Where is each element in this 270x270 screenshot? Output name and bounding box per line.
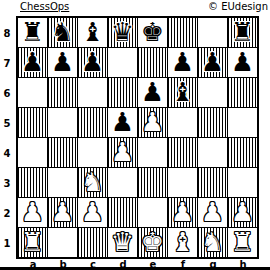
black-bishop-c8: ♝ bbox=[78, 18, 107, 47]
square-d8: ♛ bbox=[108, 18, 137, 47]
white-king-e1: ♚ bbox=[138, 228, 167, 257]
rank-label-2: 2 bbox=[0, 198, 14, 228]
square-c1 bbox=[78, 228, 107, 257]
square-e5: ♟ bbox=[138, 108, 167, 137]
white-pawn-c2: ♟ bbox=[78, 198, 107, 227]
square-g3 bbox=[198, 168, 227, 197]
square-c7: ♟ bbox=[78, 48, 107, 77]
white-knight-g1: ♞ bbox=[198, 228, 227, 257]
square-f2: ♟ bbox=[168, 198, 197, 227]
square-b3 bbox=[48, 168, 77, 197]
square-b5 bbox=[48, 108, 77, 137]
square-f7: ♟ bbox=[168, 48, 197, 77]
square-a2: ♟ bbox=[18, 198, 47, 227]
square-e3 bbox=[138, 168, 167, 197]
square-f8 bbox=[168, 18, 197, 47]
black-pawn-e6: ♟ bbox=[138, 78, 167, 107]
square-h3 bbox=[228, 168, 257, 197]
white-rook-h1: ♜ bbox=[228, 228, 257, 257]
white-pawn-b2: ♟ bbox=[48, 198, 77, 227]
white-pawn-a2: ♟ bbox=[18, 198, 47, 227]
square-a5 bbox=[18, 108, 47, 137]
rank-label-8: 8 bbox=[0, 18, 14, 48]
square-a8: ♜ bbox=[18, 18, 47, 47]
square-g8 bbox=[198, 18, 227, 47]
square-h7: ♟ bbox=[228, 48, 257, 77]
square-c8: ♝ bbox=[78, 18, 107, 47]
square-b1 bbox=[48, 228, 77, 257]
square-d4: ♟ bbox=[108, 138, 137, 167]
square-g6 bbox=[198, 78, 227, 107]
square-f4 bbox=[168, 138, 197, 167]
square-g5 bbox=[198, 108, 227, 137]
square-e1: ♚ bbox=[138, 228, 167, 257]
square-e6: ♟ bbox=[138, 78, 167, 107]
square-g1: ♞ bbox=[198, 228, 227, 257]
black-pawn-b7: ♟ bbox=[48, 48, 77, 77]
square-g2: ♟ bbox=[198, 198, 227, 227]
square-b6 bbox=[48, 78, 77, 107]
square-c6 bbox=[78, 78, 107, 107]
black-pawn-a7: ♟ bbox=[18, 48, 47, 77]
black-knight-b8: ♞ bbox=[48, 18, 77, 47]
square-e4 bbox=[138, 138, 167, 167]
square-h6 bbox=[228, 78, 257, 107]
white-pawn-f2: ♟ bbox=[168, 198, 197, 227]
square-d5: ♟ bbox=[108, 108, 137, 137]
rank-label-6: 6 bbox=[0, 78, 14, 108]
square-d3 bbox=[108, 168, 137, 197]
square-b2: ♟ bbox=[48, 198, 77, 227]
black-pawn-f7: ♟ bbox=[168, 48, 197, 77]
square-h4 bbox=[228, 138, 257, 167]
rank-label-3: 3 bbox=[0, 168, 14, 198]
white-pawn-e5: ♟ bbox=[138, 108, 167, 137]
square-c2: ♟ bbox=[78, 198, 107, 227]
square-f1: ♝ bbox=[168, 228, 197, 257]
square-b8: ♞ bbox=[48, 18, 77, 47]
square-g7: ♟ bbox=[198, 48, 227, 77]
white-pawn-g2: ♟ bbox=[198, 198, 227, 227]
square-a4 bbox=[18, 138, 47, 167]
black-pawn-c7: ♟ bbox=[78, 48, 107, 77]
square-d7 bbox=[108, 48, 137, 77]
black-rook-a8: ♜ bbox=[18, 18, 47, 47]
square-f6: ♝ bbox=[168, 78, 197, 107]
square-h8: ♜ bbox=[228, 18, 257, 47]
white-queen-d1: ♛ bbox=[108, 228, 137, 257]
rank-label-5: 5 bbox=[0, 108, 14, 138]
black-bishop-f6: ♝ bbox=[168, 78, 197, 107]
square-f5 bbox=[168, 108, 197, 137]
black-pawn-h7: ♟ bbox=[228, 48, 257, 77]
square-c5 bbox=[78, 108, 107, 137]
rank-label-4: 4 bbox=[0, 138, 14, 168]
black-king-e8: ♚ bbox=[138, 18, 167, 47]
square-g4 bbox=[198, 138, 227, 167]
square-b4 bbox=[48, 138, 77, 167]
black-queen-d8: ♛ bbox=[108, 18, 137, 47]
black-pawn-d5: ♟ bbox=[108, 108, 137, 137]
square-c3: ♞ bbox=[78, 168, 107, 197]
square-h5 bbox=[228, 108, 257, 137]
rank-label-7: 7 bbox=[0, 48, 14, 78]
copyright-credit: © EUdesign bbox=[208, 1, 268, 13]
white-pawn-h2: ♟ bbox=[228, 198, 257, 227]
square-d6 bbox=[108, 78, 137, 107]
square-h2: ♟ bbox=[228, 198, 257, 227]
white-rook-a1: ♜ bbox=[18, 228, 47, 257]
square-a6 bbox=[18, 78, 47, 107]
square-e2 bbox=[138, 198, 167, 227]
square-e8: ♚ bbox=[138, 18, 167, 47]
square-c4 bbox=[78, 138, 107, 167]
square-d1: ♛ bbox=[108, 228, 137, 257]
rank-label-1: 1 bbox=[0, 228, 14, 258]
square-e7 bbox=[138, 48, 167, 77]
square-a1: ♜ bbox=[18, 228, 47, 257]
chess-board: ♜♞♝♛♚♜♟♟♟♟♟♟♟♝♟♟♟♞♟♟♟♟♟♟♜♛♚♝♞♜ bbox=[16, 16, 259, 259]
square-f3 bbox=[168, 168, 197, 197]
square-h1: ♜ bbox=[228, 228, 257, 257]
app-title-link[interactable]: ChessOps bbox=[20, 1, 69, 13]
black-rook-h8: ♜ bbox=[228, 18, 257, 47]
black-pawn-g7: ♟ bbox=[198, 48, 227, 77]
white-knight-c3: ♞ bbox=[78, 168, 107, 197]
square-a7: ♟ bbox=[18, 48, 47, 77]
square-b7: ♟ bbox=[48, 48, 77, 77]
square-d2 bbox=[108, 198, 137, 227]
white-bishop-f1: ♝ bbox=[168, 228, 197, 257]
white-pawn-d4: ♟ bbox=[108, 138, 137, 167]
square-a3 bbox=[18, 168, 47, 197]
